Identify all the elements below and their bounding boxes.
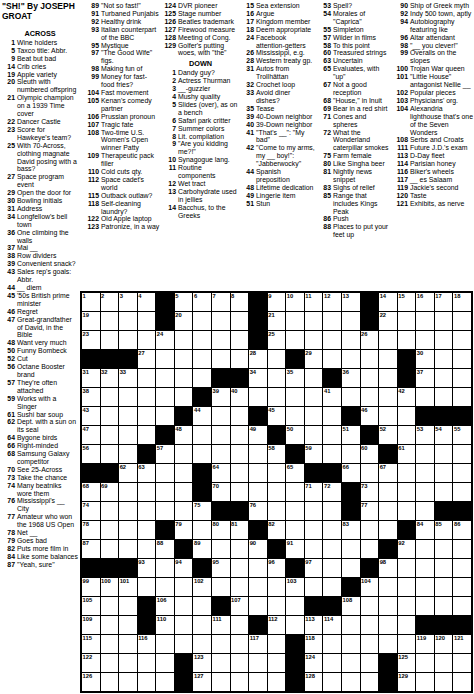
cell-r5c7[interactable] bbox=[193, 369, 211, 387]
cell-r1c20[interactable]: 17 bbox=[435, 293, 453, 311]
cell-r2c15[interactable] bbox=[342, 312, 360, 330]
cell-r5c5[interactable] bbox=[156, 369, 174, 387]
cell-r5c16[interactable] bbox=[361, 369, 379, 387]
cell-r21c1[interactable]: 126 bbox=[82, 673, 100, 691]
cell-r16c4[interactable] bbox=[138, 578, 156, 596]
cell-r18c17[interactable] bbox=[379, 616, 397, 634]
cell-r10c19[interactable] bbox=[416, 464, 434, 482]
cell-r21c10[interactable] bbox=[249, 673, 267, 691]
cell-r16c7[interactable]: 102 bbox=[193, 578, 211, 596]
cell-r18c7[interactable] bbox=[193, 616, 211, 634]
cell-r3c15[interactable] bbox=[342, 331, 360, 349]
cell-r21c7[interactable]: 127 bbox=[193, 673, 211, 691]
cell-r12c18[interactable] bbox=[398, 502, 416, 520]
cell-r7c2[interactable] bbox=[101, 407, 119, 425]
cell-r11c21[interactable] bbox=[453, 483, 471, 501]
cell-r14c14[interactable] bbox=[323, 540, 341, 558]
cell-r8c2[interactable] bbox=[101, 426, 119, 444]
cell-r6c8[interactable]: 39 bbox=[212, 388, 230, 406]
cell-r20c9[interactable] bbox=[231, 654, 249, 672]
cell-r12c2[interactable] bbox=[101, 502, 119, 520]
cell-r10c6[interactable] bbox=[175, 464, 193, 482]
cell-r16c19[interactable] bbox=[416, 578, 434, 596]
cell-r15c8[interactable]: 95 bbox=[212, 559, 230, 577]
cell-r11c9[interactable] bbox=[231, 483, 249, 501]
cell-r14c21[interactable] bbox=[453, 540, 471, 558]
cell-r3c5[interactable]: 24 bbox=[156, 331, 174, 349]
cell-r9c10[interactable] bbox=[249, 445, 267, 463]
cell-r20c8[interactable] bbox=[212, 654, 230, 672]
cell-r5c12[interactable]: 35 bbox=[286, 369, 304, 387]
cell-r4c9[interactable] bbox=[231, 350, 249, 368]
cell-r3c9[interactable] bbox=[231, 331, 249, 349]
cell-r17c17[interactable] bbox=[379, 597, 397, 615]
cell-r21c18[interactable]: 129 bbox=[398, 673, 416, 691]
cell-r8c3[interactable] bbox=[119, 426, 137, 444]
cell-r10c12[interactable]: 65 bbox=[286, 464, 304, 482]
cell-r21c14[interactable] bbox=[323, 673, 341, 691]
cell-r14c4[interactable] bbox=[138, 540, 156, 558]
cell-r19c6[interactable] bbox=[175, 635, 193, 653]
cell-r8c21[interactable]: 55 bbox=[453, 426, 471, 444]
cell-r6c11[interactable] bbox=[268, 388, 286, 406]
cell-r2c20[interactable] bbox=[435, 312, 453, 330]
cell-r13c17[interactable] bbox=[379, 521, 397, 539]
cell-r5c6[interactable] bbox=[175, 369, 193, 387]
cell-r6c6[interactable] bbox=[175, 388, 193, 406]
cell-r7c14[interactable] bbox=[323, 407, 341, 425]
cell-r9c5[interactable]: 57 bbox=[156, 445, 174, 463]
cell-r8c17[interactable]: 52 bbox=[379, 426, 397, 444]
cell-r20c10[interactable] bbox=[249, 654, 267, 672]
cell-r8c8[interactable] bbox=[212, 426, 230, 444]
cell-r10c5[interactable] bbox=[156, 464, 174, 482]
cell-r2c9[interactable] bbox=[231, 312, 249, 330]
cell-r11c11[interactable] bbox=[268, 483, 286, 501]
cell-r4c15[interactable] bbox=[342, 350, 360, 368]
cell-r16c14[interactable] bbox=[323, 578, 341, 596]
cell-r1c3[interactable]: 3 bbox=[119, 293, 137, 311]
cell-r14c3[interactable] bbox=[119, 540, 137, 558]
cell-r2c2[interactable] bbox=[101, 312, 119, 330]
cell-r6c14[interactable]: 41 bbox=[323, 388, 341, 406]
cell-r8c6[interactable]: 48 bbox=[175, 426, 193, 444]
cell-r18c8[interactable]: 111 bbox=[212, 616, 230, 634]
cell-r11c2[interactable]: 69 bbox=[101, 483, 119, 501]
cell-r16c1[interactable]: 99 bbox=[82, 578, 100, 596]
cell-r6c16[interactable] bbox=[361, 388, 379, 406]
cell-r10c18[interactable] bbox=[398, 464, 416, 482]
cell-r20c18[interactable]: 125 bbox=[398, 654, 416, 672]
cell-r8c15[interactable]: 51 bbox=[342, 426, 360, 444]
cell-r2c18[interactable] bbox=[398, 312, 416, 330]
cell-r3c13[interactable] bbox=[305, 331, 323, 349]
cell-r13c19[interactable]: 84 bbox=[416, 521, 434, 539]
cell-r18c15[interactable] bbox=[342, 616, 360, 634]
cell-r12c16[interactable]: 77 bbox=[361, 502, 379, 520]
cell-r2c3[interactable] bbox=[119, 312, 137, 330]
cell-r5c1[interactable]: 31 bbox=[82, 369, 100, 387]
cell-r3c7[interactable] bbox=[193, 331, 211, 349]
cell-r21c15[interactable] bbox=[342, 673, 360, 691]
cell-r1c6[interactable]: 5 bbox=[175, 293, 193, 311]
cell-r9c15[interactable] bbox=[342, 445, 360, 463]
cell-r16c21[interactable] bbox=[453, 578, 471, 596]
cell-r20c2[interactable] bbox=[101, 654, 119, 672]
cell-r3c2[interactable] bbox=[101, 331, 119, 349]
cell-r13c4[interactable] bbox=[138, 521, 156, 539]
cell-r1c11[interactable]: 9 bbox=[268, 293, 286, 311]
cell-r9c11[interactable]: 58 bbox=[268, 445, 286, 463]
cell-r1c18[interactable]: 15 bbox=[398, 293, 416, 311]
cell-r3c18[interactable] bbox=[398, 331, 416, 349]
cell-r20c16[interactable] bbox=[361, 654, 379, 672]
cell-r20c11[interactable] bbox=[268, 654, 286, 672]
cell-r19c11[interactable] bbox=[268, 635, 286, 653]
cell-r20c7[interactable]: 123 bbox=[193, 654, 211, 672]
cell-r14c7[interactable]: 89 bbox=[193, 540, 211, 558]
cell-r1c21[interactable]: 18 bbox=[453, 293, 471, 311]
cell-r19c5[interactable] bbox=[156, 635, 174, 653]
cell-r15c17[interactable]: 98 bbox=[379, 559, 397, 577]
cell-r6c4[interactable] bbox=[138, 388, 156, 406]
cell-r1c1[interactable]: 1 bbox=[82, 293, 100, 311]
cell-r15c21[interactable] bbox=[453, 559, 471, 577]
cell-r6c19[interactable] bbox=[416, 388, 434, 406]
cell-r12c12[interactable] bbox=[286, 502, 304, 520]
cell-r17c21[interactable] bbox=[453, 597, 471, 615]
cell-r16c6[interactable] bbox=[175, 578, 193, 596]
cell-r3c3[interactable] bbox=[119, 331, 137, 349]
cell-r10c3[interactable]: 62 bbox=[119, 464, 137, 482]
cell-r4c13[interactable]: 29 bbox=[305, 350, 323, 368]
cell-r3c11[interactable]: 25 bbox=[268, 331, 286, 349]
cell-r7c5[interactable] bbox=[156, 407, 174, 425]
cell-r17c9[interactable]: 107 bbox=[231, 597, 249, 615]
cell-r14c19[interactable] bbox=[416, 540, 434, 558]
cell-r20c14[interactable] bbox=[323, 654, 341, 672]
cell-r14c10[interactable]: 90 bbox=[249, 540, 267, 558]
cell-r2c21[interactable] bbox=[453, 312, 471, 330]
cell-r12c13[interactable] bbox=[305, 502, 323, 520]
cell-r8c13[interactable] bbox=[305, 426, 323, 444]
cell-r7c3[interactable] bbox=[119, 407, 137, 425]
cell-r11c18[interactable] bbox=[398, 483, 416, 501]
cell-r5c13[interactable] bbox=[305, 369, 323, 387]
cell-r8c9[interactable] bbox=[231, 426, 249, 444]
cell-r10c9[interactable] bbox=[231, 464, 249, 482]
cell-r14c5[interactable]: 88 bbox=[156, 540, 174, 558]
cell-r13c15[interactable]: 83 bbox=[342, 521, 360, 539]
cell-r11c6[interactable] bbox=[175, 483, 193, 501]
cell-r2c8[interactable] bbox=[212, 312, 230, 330]
cell-r19c14[interactable] bbox=[323, 635, 341, 653]
cell-r3c12[interactable] bbox=[286, 331, 304, 349]
cell-r21c9[interactable] bbox=[231, 673, 249, 691]
cell-r9c8[interactable] bbox=[212, 445, 230, 463]
cell-r3c6[interactable] bbox=[175, 331, 193, 349]
cell-r21c3[interactable] bbox=[119, 673, 137, 691]
cell-r20c1[interactable]: 122 bbox=[82, 654, 100, 672]
cell-r16c18[interactable] bbox=[398, 578, 416, 596]
cell-r5c3[interactable]: 33 bbox=[119, 369, 137, 387]
cell-r6c12[interactable] bbox=[286, 388, 304, 406]
cell-r5c17[interactable] bbox=[379, 369, 397, 387]
cell-r18c5[interactable]: 110 bbox=[156, 616, 174, 634]
cell-r16c5[interactable] bbox=[156, 578, 174, 596]
cell-r11c8[interactable]: 70 bbox=[212, 483, 230, 501]
cell-r13c6[interactable]: 79 bbox=[175, 521, 193, 539]
cell-r21c16[interactable] bbox=[361, 673, 379, 691]
cell-r4c5[interactable] bbox=[156, 350, 174, 368]
cell-r9c21[interactable] bbox=[453, 445, 471, 463]
cell-r12c17[interactable] bbox=[379, 502, 397, 520]
cell-r15c14[interactable] bbox=[323, 559, 341, 577]
cell-r16c13[interactable] bbox=[305, 578, 323, 596]
cell-r10c20[interactable] bbox=[435, 464, 453, 482]
cell-r2c7[interactable] bbox=[193, 312, 211, 330]
cell-r15c4[interactable]: 93 bbox=[138, 559, 156, 577]
cell-r2c4[interactable] bbox=[138, 312, 156, 330]
cell-r6c13[interactable] bbox=[305, 388, 323, 406]
cell-r18c18[interactable] bbox=[398, 616, 416, 634]
cell-r12c4[interactable] bbox=[138, 502, 156, 520]
cell-r19c20[interactable]: 120 bbox=[435, 635, 453, 653]
cell-r7c4[interactable] bbox=[138, 407, 156, 425]
cell-r20c15[interactable] bbox=[342, 654, 360, 672]
cell-r21c13[interactable]: 128 bbox=[305, 673, 323, 691]
cell-r10c11[interactable] bbox=[268, 464, 286, 482]
cell-r17c18[interactable] bbox=[398, 597, 416, 615]
cell-r14c13[interactable] bbox=[305, 540, 323, 558]
cell-r21c20[interactable] bbox=[435, 673, 453, 691]
cell-r8c20[interactable]: 54 bbox=[435, 426, 453, 444]
cell-r7c12[interactable] bbox=[286, 407, 304, 425]
cell-r4c6[interactable] bbox=[175, 350, 193, 368]
cell-r14c20[interactable] bbox=[435, 540, 453, 558]
cell-r12c6[interactable] bbox=[175, 502, 193, 520]
cell-r13c8[interactable]: 80 bbox=[212, 521, 230, 539]
cell-r11c13[interactable]: 71 bbox=[305, 483, 323, 501]
cell-r18c2[interactable] bbox=[101, 616, 119, 634]
cell-r9c16[interactable]: 60 bbox=[361, 445, 379, 463]
cell-r12c11[interactable] bbox=[268, 502, 286, 520]
cell-r11c20[interactable] bbox=[435, 483, 453, 501]
cell-r14c1[interactable]: 87 bbox=[82, 540, 100, 558]
cell-r19c8[interactable] bbox=[212, 635, 230, 653]
cell-r15c19[interactable] bbox=[416, 559, 434, 577]
cell-r10c17[interactable]: 67 bbox=[379, 464, 397, 482]
cell-r17c3[interactable] bbox=[119, 597, 137, 615]
cell-r12c7[interactable]: 75 bbox=[193, 502, 211, 520]
cell-r6c15[interactable] bbox=[342, 388, 360, 406]
cell-r5c21[interactable] bbox=[453, 369, 471, 387]
cell-r12c3[interactable] bbox=[119, 502, 137, 520]
cell-r5c15[interactable]: 36 bbox=[342, 369, 360, 387]
cell-r8c12[interactable]: 50 bbox=[286, 426, 304, 444]
cell-r12c10[interactable]: 76 bbox=[249, 502, 267, 520]
cell-r7c8[interactable] bbox=[212, 407, 230, 425]
cell-r6c2[interactable] bbox=[101, 388, 119, 406]
cell-r6c1[interactable]: 38 bbox=[82, 388, 100, 406]
cell-r21c5[interactable] bbox=[156, 673, 174, 691]
cell-r18c9[interactable] bbox=[231, 616, 249, 634]
cell-r12c14[interactable] bbox=[323, 502, 341, 520]
cell-r19c15[interactable] bbox=[342, 635, 360, 653]
cell-r11c12[interactable] bbox=[286, 483, 304, 501]
cell-r19c10[interactable]: 117 bbox=[249, 635, 267, 653]
cell-r5c19[interactable]: 37 bbox=[416, 369, 434, 387]
cell-r18c12[interactable] bbox=[286, 616, 304, 634]
cell-r21c19[interactable] bbox=[416, 673, 434, 691]
cell-r21c2[interactable] bbox=[101, 673, 119, 691]
cell-r13c7[interactable] bbox=[193, 521, 211, 539]
cell-r1c8[interactable]: 7 bbox=[212, 293, 230, 311]
cell-r12c19[interactable] bbox=[416, 502, 434, 520]
cell-r1c15[interactable]: 13 bbox=[342, 293, 360, 311]
cell-r10c16[interactable] bbox=[361, 464, 379, 482]
cell-r18c14[interactable]: 114 bbox=[323, 616, 341, 634]
cell-r18c3[interactable] bbox=[119, 616, 137, 634]
cell-r7c7[interactable]: 44 bbox=[193, 407, 211, 425]
cell-r8c1[interactable]: 47 bbox=[82, 426, 100, 444]
cell-r18c13[interactable]: 113 bbox=[305, 616, 323, 634]
cell-r13c3[interactable] bbox=[119, 521, 137, 539]
cell-r6c17[interactable] bbox=[379, 388, 397, 406]
cell-r17c1[interactable]: 105 bbox=[82, 597, 100, 615]
cell-r8c18[interactable] bbox=[398, 426, 416, 444]
cell-r15c15[interactable] bbox=[342, 559, 360, 577]
cell-r15c10[interactable] bbox=[249, 559, 267, 577]
cell-r20c19[interactable] bbox=[416, 654, 434, 672]
cell-r10c4[interactable]: 63 bbox=[138, 464, 156, 482]
cell-r4c16[interactable] bbox=[361, 350, 379, 368]
cell-r7c1[interactable]: 43 bbox=[82, 407, 100, 425]
cell-r13c21[interactable]: 86 bbox=[453, 521, 471, 539]
cell-r9c7[interactable] bbox=[193, 445, 211, 463]
cell-r17c5[interactable]: 106 bbox=[156, 597, 174, 615]
cell-r18c6[interactable] bbox=[175, 616, 193, 634]
cell-r11c10[interactable] bbox=[249, 483, 267, 501]
cell-r17c12[interactable] bbox=[286, 597, 304, 615]
cell-r18c11[interactable]: 112 bbox=[268, 616, 286, 634]
cell-r11c16[interactable]: 73 bbox=[361, 483, 379, 501]
cell-r12c1[interactable]: 74 bbox=[82, 502, 100, 520]
cell-r19c17[interactable] bbox=[379, 635, 397, 653]
cell-r3c8[interactable] bbox=[212, 331, 230, 349]
cell-r12c5[interactable] bbox=[156, 502, 174, 520]
cell-r14c16[interactable] bbox=[361, 540, 379, 558]
cell-r19c9[interactable] bbox=[231, 635, 249, 653]
cell-r1c12[interactable]: 10 bbox=[286, 293, 304, 311]
cell-r2c12[interactable] bbox=[286, 312, 304, 330]
cell-r13c9[interactable]: 81 bbox=[231, 521, 249, 539]
cell-r14c18[interactable]: 92 bbox=[398, 540, 416, 558]
cell-r16c16[interactable]: 104 bbox=[361, 578, 379, 596]
cell-r4c21[interactable] bbox=[453, 350, 471, 368]
cell-r7c13[interactable] bbox=[305, 407, 323, 425]
cell-r14c15[interactable] bbox=[342, 540, 360, 558]
cell-r16c2[interactable]: 100 bbox=[101, 578, 119, 596]
cell-r7c11[interactable]: 45 bbox=[268, 407, 286, 425]
cell-r20c3[interactable] bbox=[119, 654, 137, 672]
cell-r21c4[interactable] bbox=[138, 673, 156, 691]
cell-r16c11[interactable] bbox=[268, 578, 286, 596]
cell-r11c5[interactable] bbox=[156, 483, 174, 501]
cell-r10c10[interactable] bbox=[249, 464, 267, 482]
cell-r2c17[interactable]: 22 bbox=[379, 312, 397, 330]
cell-r17c19[interactable] bbox=[416, 597, 434, 615]
cell-r4c19[interactable]: 30 bbox=[416, 350, 434, 368]
cell-r8c7[interactable] bbox=[193, 426, 211, 444]
cell-r3c1[interactable]: 23 bbox=[82, 331, 100, 349]
cell-r11c1[interactable]: 68 bbox=[82, 483, 100, 501]
cell-r11c19[interactable] bbox=[416, 483, 434, 501]
cell-r6c3[interactable] bbox=[119, 388, 137, 406]
cell-r2c14[interactable] bbox=[323, 312, 341, 330]
cell-r4c8[interactable] bbox=[212, 350, 230, 368]
cell-r17c7[interactable] bbox=[193, 597, 211, 615]
cell-r11c4[interactable] bbox=[138, 483, 156, 501]
cell-r15c20[interactable] bbox=[435, 559, 453, 577]
cell-r4c20[interactable] bbox=[435, 350, 453, 368]
cell-r11c3[interactable] bbox=[119, 483, 137, 501]
cell-r3c21[interactable] bbox=[453, 331, 471, 349]
cell-r9c9[interactable] bbox=[231, 445, 249, 463]
cell-r17c10[interactable] bbox=[249, 597, 267, 615]
cell-r20c20[interactable] bbox=[435, 654, 453, 672]
cell-r5c2[interactable]: 32 bbox=[101, 369, 119, 387]
cell-r2c11[interactable]: 21 bbox=[268, 312, 286, 330]
cell-r8c10[interactable]: 49 bbox=[249, 426, 267, 444]
cell-r21c11[interactable] bbox=[268, 673, 286, 691]
cell-r9c14[interactable] bbox=[323, 445, 341, 463]
cell-r17c11[interactable] bbox=[268, 597, 286, 615]
cell-r13c1[interactable]: 78 bbox=[82, 521, 100, 539]
cell-r3c19[interactable] bbox=[416, 331, 434, 349]
cell-r8c19[interactable]: 53 bbox=[416, 426, 434, 444]
cell-r9c2[interactable] bbox=[101, 445, 119, 463]
cell-r18c1[interactable]: 109 bbox=[82, 616, 100, 634]
cell-r6c21[interactable] bbox=[453, 388, 471, 406]
cell-r6c20[interactable] bbox=[435, 388, 453, 406]
cell-r4c14[interactable] bbox=[323, 350, 341, 368]
cell-r5c10[interactable]: 34 bbox=[249, 369, 267, 387]
cell-r18c16[interactable] bbox=[361, 616, 379, 634]
cell-r7c18[interactable] bbox=[398, 407, 416, 425]
cell-r16c3[interactable]: 101 bbox=[119, 578, 137, 596]
cell-r19c16[interactable] bbox=[361, 635, 379, 653]
cell-r1c4[interactable]: 4 bbox=[138, 293, 156, 311]
cell-r9c20[interactable] bbox=[435, 445, 453, 463]
cell-r1c17[interactable]: 14 bbox=[379, 293, 397, 311]
cell-r11c14[interactable]: 72 bbox=[323, 483, 341, 501]
cell-r13c2[interactable] bbox=[101, 521, 119, 539]
cell-r4c7[interactable] bbox=[193, 350, 211, 368]
cell-r17c6[interactable] bbox=[175, 597, 193, 615]
cell-r20c13[interactable]: 124 bbox=[305, 654, 323, 672]
cell-r5c4[interactable] bbox=[138, 369, 156, 387]
cell-r5c20[interactable] bbox=[435, 369, 453, 387]
cell-r15c5[interactable] bbox=[156, 559, 174, 577]
cell-r3c20[interactable] bbox=[435, 331, 453, 349]
cell-r2c6[interactable]: 20 bbox=[175, 312, 193, 330]
cell-r21c8[interactable] bbox=[212, 673, 230, 691]
cell-r8c14[interactable] bbox=[323, 426, 341, 444]
cell-r3c17[interactable] bbox=[379, 331, 397, 349]
cell-r7c17[interactable] bbox=[379, 407, 397, 425]
cell-r2c13[interactable] bbox=[305, 312, 323, 330]
